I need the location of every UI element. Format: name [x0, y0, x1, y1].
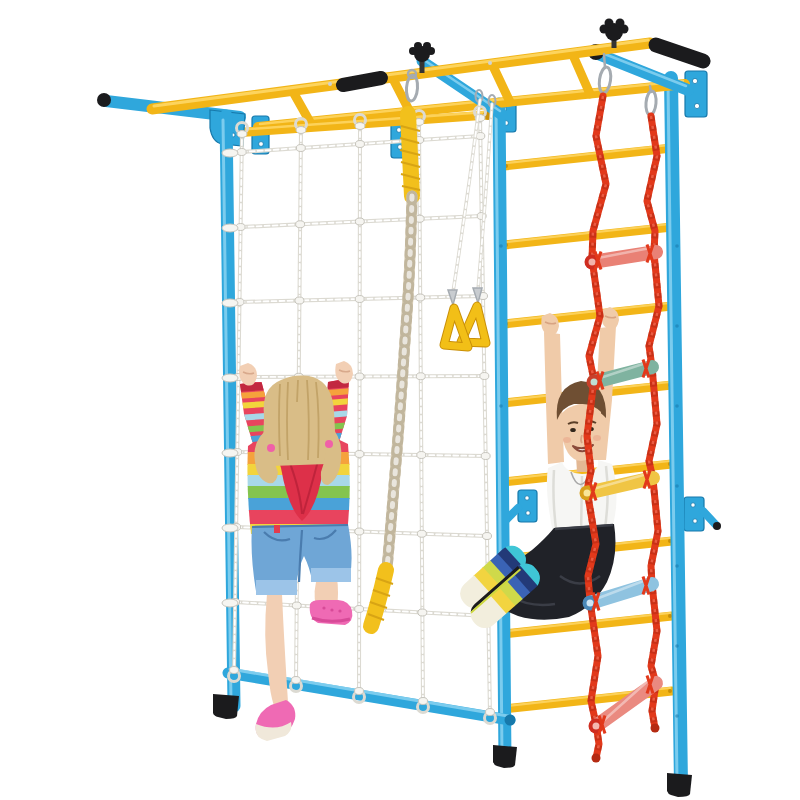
girl-hair-tie [267, 444, 275, 452]
scene-canvas [40, 16, 800, 800]
rubber-foot [213, 694, 239, 719]
rope-top-grip [408, 114, 412, 196]
rubber-foot [667, 773, 692, 797]
rubber-foot [493, 745, 517, 768]
foam-grip-left [343, 78, 381, 85]
girl-hair [263, 376, 336, 466]
foam-grip-right [656, 45, 703, 61]
girl-left-leg [265, 594, 288, 706]
jungle-gym-product-photo [40, 16, 800, 800]
girl-hair-tie [325, 440, 333, 448]
